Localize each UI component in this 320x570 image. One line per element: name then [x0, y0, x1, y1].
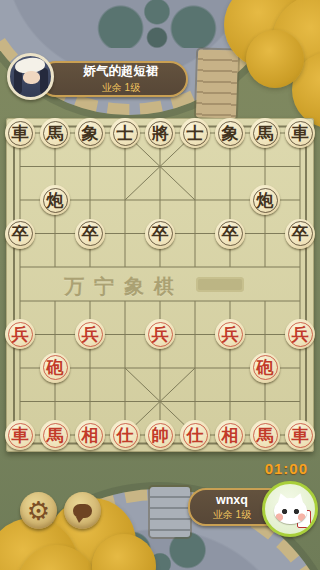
- top-player-plate: 娇气的超短裙 业余 1级: [38, 61, 188, 97]
- piece-red-相[interactable]: 相: [215, 420, 245, 450]
- piece-black-卒[interactable]: 卒: [285, 219, 315, 249]
- pieces-layer: 車馬象士將士象馬車炮炮卒卒卒卒卒兵兵兵兵兵砲砲車馬相仕帥仕相馬車: [6, 118, 314, 452]
- piece-black-卒[interactable]: 卒: [145, 219, 175, 249]
- plaza-ornament-top: [92, 0, 222, 48]
- piece-black-卒[interactable]: 卒: [5, 219, 35, 249]
- top-player-name: 娇气的超短裙: [84, 63, 159, 80]
- piece-red-相[interactable]: 相: [75, 420, 105, 450]
- tree: [246, 30, 304, 88]
- top-player-rank: 业余 1级: [102, 81, 140, 95]
- piece-black-士[interactable]: 士: [110, 118, 140, 148]
- piece-black-象[interactable]: 象: [75, 118, 105, 148]
- piece-red-車[interactable]: 車: [5, 420, 35, 450]
- piece-black-炮[interactable]: 炮: [40, 185, 70, 215]
- gear-icon: ⚙: [27, 498, 50, 524]
- bottom-player-rank: 业余 1级: [213, 508, 251, 522]
- piece-black-卒[interactable]: 卒: [75, 219, 105, 249]
- cat-avatar-face: [274, 498, 307, 524]
- xiangqi-board[interactable]: 万宁象棋 車馬象士將士象馬車炮炮卒卒卒卒卒兵兵兵兵兵砲砲車馬相仕帥仕相馬車: [6, 118, 314, 452]
- chat-button[interactable]: [64, 492, 101, 529]
- piece-red-兵[interactable]: 兵: [215, 319, 245, 349]
- piece-black-象[interactable]: 象: [215, 118, 245, 148]
- piece-red-帥[interactable]: 帥: [145, 420, 175, 450]
- piece-black-炮[interactable]: 炮: [250, 185, 280, 215]
- game-screen: 万宁象棋 車馬象士將士象馬車炮炮卒卒卒卒卒兵兵兵兵兵砲砲車馬相仕帥仕相馬車 娇气…: [0, 0, 320, 570]
- stone-path-bottom: [150, 487, 190, 537]
- piece-red-兵[interactable]: 兵: [75, 319, 105, 349]
- piece-black-將[interactable]: 將: [145, 118, 175, 148]
- piece-red-兵[interactable]: 兵: [285, 319, 315, 349]
- piece-black-馬[interactable]: 馬: [40, 118, 70, 148]
- piece-black-卒[interactable]: 卒: [215, 219, 245, 249]
- avatar-face: [23, 71, 40, 84]
- move-timer: 01:00: [248, 460, 308, 477]
- piece-black-馬[interactable]: 馬: [250, 118, 280, 148]
- piece-red-砲[interactable]: 砲: [250, 353, 280, 383]
- piece-black-士[interactable]: 士: [180, 118, 210, 148]
- top-player-avatar[interactable]: [7, 53, 54, 100]
- stone-path-top: [196, 49, 238, 118]
- piece-black-車[interactable]: 車: [5, 118, 35, 148]
- piece-red-兵[interactable]: 兵: [145, 319, 175, 349]
- chat-bubble-icon: [73, 504, 92, 518]
- piece-red-仕[interactable]: 仕: [180, 420, 210, 450]
- piece-black-車[interactable]: 車: [285, 118, 315, 148]
- piece-red-砲[interactable]: 砲: [40, 353, 70, 383]
- piece-red-車[interactable]: 車: [285, 420, 315, 450]
- bottom-player-name: wnxq: [216, 493, 248, 507]
- settings-button[interactable]: ⚙: [20, 492, 57, 529]
- piece-red-馬[interactable]: 馬: [40, 420, 70, 450]
- bottom-player-avatar[interactable]: [262, 481, 318, 537]
- piece-red-馬[interactable]: 馬: [250, 420, 280, 450]
- piece-red-仕[interactable]: 仕: [110, 420, 140, 450]
- piece-red-兵[interactable]: 兵: [5, 319, 35, 349]
